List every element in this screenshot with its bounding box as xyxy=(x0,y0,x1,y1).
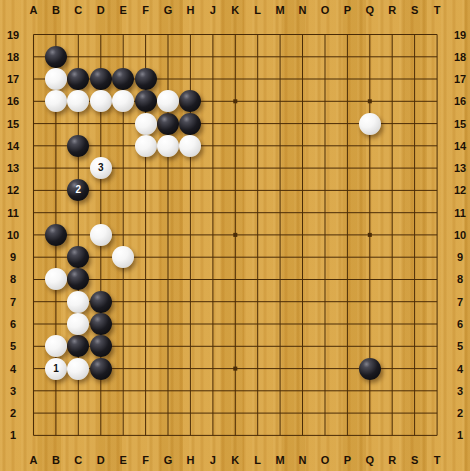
coord-label-left-8: 8 xyxy=(10,274,16,285)
coord-label-bottom-K: K xyxy=(231,455,239,466)
black-stone-D17[interactable] xyxy=(90,68,112,90)
star-point-K10 xyxy=(233,233,237,237)
coord-label-top-Q: Q xyxy=(366,5,375,16)
coord-label-right-6: 6 xyxy=(457,319,463,330)
coord-label-left-13: 13 xyxy=(7,163,19,174)
coord-label-left-10: 10 xyxy=(7,229,19,240)
coord-label-left-12: 12 xyxy=(7,185,19,196)
coord-label-right-11: 11 xyxy=(454,207,466,218)
black-stone-B18[interactable] xyxy=(45,46,67,68)
coord-label-top-M: M xyxy=(276,5,285,16)
black-stone-C14[interactable] xyxy=(67,135,89,157)
coord-label-right-13: 13 xyxy=(454,163,466,174)
coord-label-top-G: G xyxy=(164,5,173,16)
black-stone-C12[interactable]: 2 xyxy=(67,179,89,201)
white-stone-F15[interactable] xyxy=(135,113,157,135)
black-stone-B10[interactable] xyxy=(45,224,67,246)
coord-label-bottom-D: D xyxy=(97,455,105,466)
coord-label-top-R: R xyxy=(388,5,396,16)
coord-label-right-17: 17 xyxy=(454,74,466,85)
black-stone-F17[interactable] xyxy=(135,68,157,90)
coord-label-top-D: D xyxy=(97,5,105,16)
coord-label-bottom-J: J xyxy=(210,455,216,466)
coord-label-right-8: 8 xyxy=(457,274,463,285)
white-stone-C7[interactable] xyxy=(67,291,89,313)
white-stone-D16[interactable] xyxy=(90,90,112,112)
coord-label-left-11: 11 xyxy=(7,207,19,218)
coord-label-top-A: A xyxy=(30,5,38,16)
white-stone-H14[interactable] xyxy=(179,135,201,157)
black-stone-H15[interactable] xyxy=(179,113,201,135)
black-stone-C8[interactable] xyxy=(67,268,89,290)
black-stone-F16[interactable] xyxy=(135,90,157,112)
coord-label-left-19: 19 xyxy=(7,29,19,40)
coord-label-left-9: 9 xyxy=(10,252,16,263)
black-stone-D5[interactable] xyxy=(90,335,112,357)
coord-label-top-E: E xyxy=(120,5,127,16)
coord-label-left-3: 3 xyxy=(10,385,16,396)
black-stone-H16[interactable] xyxy=(179,90,201,112)
coord-label-bottom-A: A xyxy=(30,455,38,466)
coord-label-top-H: H xyxy=(186,5,194,16)
black-stone-D4[interactable] xyxy=(90,358,112,380)
coord-label-bottom-F: F xyxy=(142,455,149,466)
coord-label-bottom-Q: Q xyxy=(366,455,375,466)
coord-label-top-K: K xyxy=(231,5,239,16)
coord-label-left-16: 16 xyxy=(7,96,19,107)
coord-label-top-C: C xyxy=(74,5,82,16)
coord-label-top-O: O xyxy=(321,5,330,16)
coord-label-right-12: 12 xyxy=(454,185,466,196)
star-point-K16 xyxy=(233,99,237,103)
white-stone-E16[interactable] xyxy=(112,90,134,112)
coord-label-bottom-C: C xyxy=(74,455,82,466)
black-stone-E17[interactable] xyxy=(112,68,134,90)
white-stone-G16[interactable] xyxy=(157,90,179,112)
black-stone-Q4[interactable] xyxy=(359,358,381,380)
coord-label-top-F: F xyxy=(142,5,149,16)
white-stone-E9[interactable] xyxy=(112,246,134,268)
black-stone-C17[interactable] xyxy=(67,68,89,90)
coord-label-top-B: B xyxy=(52,5,60,16)
coord-label-left-18: 18 xyxy=(7,51,19,62)
coord-label-bottom-B: B xyxy=(52,455,60,466)
coord-label-right-5: 5 xyxy=(457,341,463,352)
move-number-2: 2 xyxy=(76,185,82,195)
coord-label-top-N: N xyxy=(299,5,307,16)
coord-label-left-6: 6 xyxy=(10,319,16,330)
white-stone-D10[interactable] xyxy=(90,224,112,246)
coord-label-top-T: T xyxy=(434,5,441,16)
coord-label-bottom-H: H xyxy=(186,455,194,466)
white-stone-F14[interactable] xyxy=(135,135,157,157)
white-stone-B16[interactable] xyxy=(45,90,67,112)
coord-label-right-3: 3 xyxy=(457,385,463,396)
star-point-K4 xyxy=(233,367,237,371)
coord-label-right-16: 16 xyxy=(454,96,466,107)
white-stone-C6[interactable] xyxy=(67,313,89,335)
coord-label-right-14: 14 xyxy=(454,140,466,151)
go-board[interactable]: AABBCCDDEEFFGGHHJJKKLLMMNNOOPPQQRRSSTT19… xyxy=(0,0,470,471)
coord-label-bottom-M: M xyxy=(276,455,285,466)
white-stone-B8[interactable] xyxy=(45,268,67,290)
white-stone-B17[interactable] xyxy=(45,68,67,90)
white-stone-B5[interactable] xyxy=(45,335,67,357)
black-stone-C5[interactable] xyxy=(67,335,89,357)
coord-label-bottom-R: R xyxy=(388,455,396,466)
coord-label-top-S: S xyxy=(411,5,418,16)
white-stone-C4[interactable] xyxy=(67,358,89,380)
coord-label-bottom-L: L xyxy=(254,455,261,466)
coord-label-bottom-E: E xyxy=(120,455,127,466)
coord-label-bottom-P: P xyxy=(344,455,351,466)
coord-label-left-4: 4 xyxy=(10,363,16,374)
white-stone-Q15[interactable] xyxy=(359,113,381,135)
coord-label-left-15: 15 xyxy=(7,118,19,129)
coord-label-left-5: 5 xyxy=(10,341,16,352)
coord-label-bottom-O: O xyxy=(321,455,330,466)
black-stone-D6[interactable] xyxy=(90,313,112,335)
white-stone-B4[interactable]: 1 xyxy=(45,358,67,380)
white-stone-D13[interactable]: 3 xyxy=(90,157,112,179)
coord-label-right-19: 19 xyxy=(454,29,466,40)
move-number-1: 1 xyxy=(53,364,59,374)
coord-label-top-J: J xyxy=(210,5,216,16)
coord-label-right-9: 9 xyxy=(457,252,463,263)
coord-label-left-2: 2 xyxy=(10,408,16,419)
coord-label-right-4: 4 xyxy=(457,363,463,374)
coord-label-bottom-N: N xyxy=(299,455,307,466)
move-number-3: 3 xyxy=(98,163,104,173)
black-stone-C9[interactable] xyxy=(67,246,89,268)
black-stone-G15[interactable] xyxy=(157,113,179,135)
coord-label-top-P: P xyxy=(344,5,351,16)
coord-label-left-7: 7 xyxy=(10,296,16,307)
coord-label-right-2: 2 xyxy=(457,408,463,419)
coord-label-bottom-S: S xyxy=(411,455,418,466)
black-stone-D7[interactable] xyxy=(90,291,112,313)
star-point-Q10 xyxy=(368,233,372,237)
coord-label-top-L: L xyxy=(254,5,261,16)
coord-label-bottom-T: T xyxy=(434,455,441,466)
coord-label-right-7: 7 xyxy=(457,296,463,307)
coord-label-left-17: 17 xyxy=(7,74,19,85)
coord-label-bottom-G: G xyxy=(164,455,173,466)
coord-label-right-18: 18 xyxy=(454,51,466,62)
coord-label-right-10: 10 xyxy=(454,229,466,240)
coord-label-right-15: 15 xyxy=(454,118,466,129)
coord-label-right-1: 1 xyxy=(457,430,463,441)
white-stone-C16[interactable] xyxy=(67,90,89,112)
coord-label-left-14: 14 xyxy=(7,140,19,151)
star-point-Q16 xyxy=(368,99,372,103)
white-stone-G14[interactable] xyxy=(157,135,179,157)
coord-label-left-1: 1 xyxy=(10,430,16,441)
